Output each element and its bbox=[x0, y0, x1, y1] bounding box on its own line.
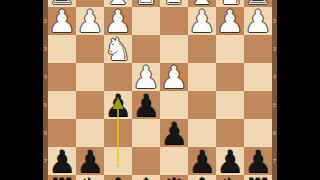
square-d1: ♛ bbox=[160, 0, 188, 7]
square-b5 bbox=[216, 91, 244, 119]
white-queen-d1: ♛ bbox=[160, 0, 188, 7]
square-c8: ♝ bbox=[188, 175, 216, 180]
square-h3 bbox=[48, 35, 76, 63]
black-knight-g8: ♞ bbox=[76, 175, 104, 180]
square-e6 bbox=[132, 119, 160, 147]
square-d5 bbox=[160, 91, 188, 119]
rank-label-left-2: 2 bbox=[43, 17, 48, 25]
square-b8: ♞ bbox=[216, 175, 244, 180]
rank-label-right-5: 5 bbox=[272, 101, 277, 109]
square-d3 bbox=[160, 35, 188, 63]
square-h5 bbox=[48, 91, 76, 119]
rank-label-right-7: 7 bbox=[272, 157, 277, 165]
black-rook-h8: ♜ bbox=[48, 175, 76, 180]
square-d2 bbox=[160, 7, 188, 35]
square-g7: ♟ bbox=[76, 147, 104, 175]
square-f3: ♞ bbox=[104, 35, 132, 63]
square-b7: ♟ bbox=[216, 147, 244, 175]
black-pawn-h7: ♟ bbox=[48, 147, 76, 175]
square-e4: ♟ bbox=[132, 63, 160, 91]
white-rook-h1: ♜ bbox=[48, 0, 76, 7]
rank-label-right-6: 6 bbox=[272, 129, 277, 137]
rank-label-right-4: 4 bbox=[272, 73, 277, 81]
square-h8: ♜ bbox=[48, 175, 76, 180]
square-e8: ♚ bbox=[132, 175, 160, 180]
black-rook-a8: ♜ bbox=[244, 175, 272, 180]
square-f7 bbox=[104, 147, 132, 175]
square-e2 bbox=[132, 7, 160, 35]
square-a8: ♜ bbox=[244, 175, 272, 180]
black-bishop-f8: ♝ bbox=[104, 175, 132, 180]
black-bishop-c8: ♝ bbox=[188, 175, 216, 180]
square-h7: ♟ bbox=[48, 147, 76, 175]
square-h1: ♜ bbox=[48, 0, 76, 7]
black-pawn-e5: ♟ bbox=[132, 91, 160, 119]
square-c3 bbox=[188, 35, 216, 63]
square-f6 bbox=[104, 119, 132, 147]
rank-label-left-7: 7 bbox=[43, 157, 48, 165]
white-bishop-c1: ♝ bbox=[188, 0, 216, 7]
square-g3 bbox=[76, 35, 104, 63]
square-e7 bbox=[132, 147, 160, 175]
rank-label-left-3: 3 bbox=[43, 45, 48, 53]
square-b2: ♟ bbox=[216, 7, 244, 35]
black-pawn-b7: ♟ bbox=[216, 147, 244, 175]
square-a1: ♜ bbox=[244, 0, 272, 7]
square-d6: ♟ bbox=[160, 119, 188, 147]
square-a7: ♟ bbox=[244, 147, 272, 175]
white-knight-f3: ♞ bbox=[104, 35, 132, 63]
square-a5 bbox=[244, 91, 272, 119]
square-a6 bbox=[244, 119, 272, 147]
white-king-e1: ♚ bbox=[132, 0, 160, 7]
square-d8: ♛ bbox=[160, 175, 188, 180]
video-thumbnail-stage: ♜♝♚♛♝♞♜♟♟♟♟♟♟♞♟♟♟♟♟♟♟♟♟♟♜♞♝♚♛♝♞♜ 2233445… bbox=[0, 0, 320, 180]
white-pawn-f2: ♟ bbox=[104, 7, 132, 35]
square-a4 bbox=[244, 63, 272, 91]
white-pawn-e4: ♟ bbox=[132, 63, 160, 91]
black-pawn-f5: ♟ bbox=[104, 91, 132, 119]
square-g1 bbox=[76, 0, 104, 7]
square-f2: ♟ bbox=[104, 7, 132, 35]
white-pawn-g2: ♟ bbox=[76, 7, 104, 35]
white-bishop-f1: ♝ bbox=[104, 0, 132, 7]
square-a2: ♟ bbox=[244, 7, 272, 35]
white-pawn-b2: ♟ bbox=[216, 7, 244, 35]
square-b6 bbox=[216, 119, 244, 147]
square-f4 bbox=[104, 63, 132, 91]
square-h2: ♟ bbox=[48, 7, 76, 35]
square-h4 bbox=[48, 63, 76, 91]
square-b3 bbox=[216, 35, 244, 63]
square-f5: ♟ bbox=[104, 91, 132, 119]
square-d4: ♟ bbox=[160, 63, 188, 91]
square-g4 bbox=[76, 63, 104, 91]
square-h6 bbox=[48, 119, 76, 147]
rank-label-left-4: 4 bbox=[43, 73, 48, 81]
square-e5: ♟ bbox=[132, 91, 160, 119]
rank-label-right-2: 2 bbox=[272, 17, 277, 25]
black-pawn-c7: ♟ bbox=[188, 147, 216, 175]
black-pawn-d6: ♟ bbox=[160, 119, 188, 147]
square-f8: ♝ bbox=[104, 175, 132, 180]
chess-board-frame: ♜♝♚♛♝♞♜♟♟♟♟♟♟♞♟♟♟♟♟♟♟♟♟♟♜♞♝♚♛♝♞♜ 2233445… bbox=[43, 0, 277, 180]
square-c5 bbox=[188, 91, 216, 119]
square-b4 bbox=[216, 63, 244, 91]
white-pawn-h2: ♟ bbox=[48, 7, 76, 35]
square-f1: ♝ bbox=[104, 0, 132, 7]
square-g2: ♟ bbox=[76, 7, 104, 35]
square-g8: ♞ bbox=[76, 175, 104, 180]
white-knight-b1: ♞ bbox=[216, 0, 244, 7]
square-e1: ♚ bbox=[132, 0, 160, 7]
square-d7 bbox=[160, 147, 188, 175]
black-pawn-a7: ♟ bbox=[244, 147, 272, 175]
white-rook-a1: ♜ bbox=[244, 0, 272, 7]
chess-board: ♜♝♚♛♝♞♜♟♟♟♟♟♟♞♟♟♟♟♟♟♟♟♟♟♜♞♝♚♛♝♞♜ bbox=[48, 0, 272, 180]
square-a3 bbox=[244, 35, 272, 63]
square-c6 bbox=[188, 119, 216, 147]
square-b1: ♞ bbox=[216, 0, 244, 7]
black-pawn-g7: ♟ bbox=[76, 147, 104, 175]
black-king-e8: ♚ bbox=[132, 175, 160, 180]
black-knight-b8: ♞ bbox=[216, 175, 244, 180]
rank-label-left-5: 5 bbox=[43, 101, 48, 109]
white-pawn-d4: ♟ bbox=[160, 63, 188, 91]
square-c1: ♝ bbox=[188, 0, 216, 7]
square-g5 bbox=[76, 91, 104, 119]
black-queen-d8: ♛ bbox=[160, 175, 188, 180]
square-c4 bbox=[188, 63, 216, 91]
square-g6 bbox=[76, 119, 104, 147]
rank-label-left-6: 6 bbox=[43, 129, 48, 137]
square-e3 bbox=[132, 35, 160, 63]
rank-label-right-3: 3 bbox=[272, 45, 277, 53]
square-c7: ♟ bbox=[188, 147, 216, 175]
white-pawn-a2: ♟ bbox=[244, 7, 272, 35]
square-c2: ♟ bbox=[188, 7, 216, 35]
white-pawn-c2: ♟ bbox=[188, 7, 216, 35]
